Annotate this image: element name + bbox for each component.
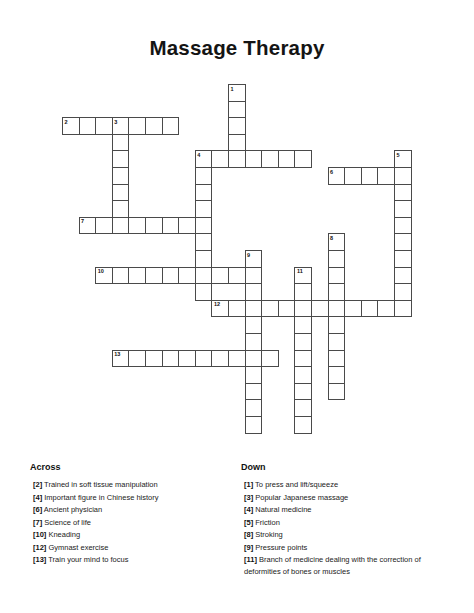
grid-cell-r9c16[interactable]: 8	[328, 233, 346, 251]
clue-item-10: [10] Kneading	[33, 529, 230, 541]
clue-number-9: 9	[247, 252, 250, 258]
down-clue-list: [1] To press and lift/squeeze[3] Popular…	[241, 479, 437, 577]
grid-cell-r19c11[interactable]	[245, 399, 263, 417]
grid-cell-r8c4[interactable]	[128, 217, 146, 235]
grid-cell-r12c8[interactable]	[195, 283, 213, 301]
grid-cell-r8c20[interactable]	[394, 217, 412, 235]
grid-cell-r5c16[interactable]: 6	[328, 167, 346, 185]
clue-number-1: 1	[231, 86, 234, 92]
grid-cell-r13c14[interactable]	[294, 300, 312, 318]
grid-cell-r20c11[interactable]	[245, 416, 263, 434]
grid-cell-r4c10[interactable]	[228, 150, 246, 168]
grid-cell-r8c7[interactable]	[178, 217, 196, 235]
grid-cell-r10c8[interactable]	[195, 250, 213, 268]
clue-number-11: 11	[297, 268, 303, 274]
grid-cell-r16c3[interactable]: 13	[112, 350, 130, 368]
clue-item-7: [7] Science of life	[33, 517, 230, 529]
grid-cell-r16c8[interactable]	[195, 350, 213, 368]
down-header: Down	[241, 462, 437, 472]
grid-cell-r15c14[interactable]	[294, 333, 312, 351]
grid-cell-r8c3[interactable]	[112, 217, 130, 235]
grid-cell-r13c11[interactable]	[245, 300, 263, 318]
grid-cell-r11c3[interactable]	[112, 267, 130, 285]
clue-item-2: [2] Trained in soft tissue manipulation	[33, 479, 230, 491]
clue-number-5: 5	[397, 152, 400, 158]
grid-cell-r11c6[interactable]	[162, 267, 180, 285]
grid-cell-r9c20[interactable]	[394, 233, 412, 251]
crossword-grid: 12345678910111213	[62, 84, 411, 433]
grid-cell-r18c14[interactable]	[294, 383, 312, 401]
grid-cell-r5c19[interactable]	[377, 167, 395, 185]
grid-cell-r11c14[interactable]: 11	[294, 267, 312, 285]
clue-number-2: 2	[65, 119, 68, 125]
grid-cell-r0c10[interactable]: 1	[228, 84, 246, 102]
grid-cell-r8c5[interactable]	[145, 217, 163, 235]
clue-number-4: 4	[197, 152, 200, 158]
grid-cell-r12c14[interactable]	[294, 283, 312, 301]
grid-cell-r5c8[interactable]	[195, 167, 213, 185]
clue-number-7: 7	[81, 218, 84, 224]
clue-item-11: [11] Branch of medicine dealing with the…	[244, 554, 437, 577]
grid-cell-r11c7[interactable]	[178, 267, 196, 285]
grid-cell-r7c20[interactable]	[394, 200, 412, 218]
grid-cell-r11c20[interactable]	[394, 267, 412, 285]
grid-cell-r13c12[interactable]	[261, 300, 279, 318]
grid-cell-r16c7[interactable]	[178, 350, 196, 368]
clue-number-10: 10	[98, 268, 104, 274]
grid-cell-r4c8[interactable]: 4	[195, 150, 213, 168]
grid-cell-r16c12[interactable]	[261, 350, 279, 368]
grid-cell-r2c10[interactable]	[228, 117, 246, 135]
clue-item-8: [8] Stroking	[244, 529, 437, 541]
grid-cell-r12c11[interactable]	[245, 283, 263, 301]
grid-cell-r11c10[interactable]	[228, 267, 246, 285]
grid-cell-r13c13[interactable]	[278, 300, 296, 318]
grid-cell-r11c8[interactable]	[195, 267, 213, 285]
grid-cell-r3c10[interactable]	[228, 134, 246, 152]
grid-cell-r11c2[interactable]: 10	[95, 267, 113, 285]
grid-cell-r14c11[interactable]	[245, 316, 263, 334]
clue-number-3: 3	[114, 119, 117, 125]
grid-cell-r4c3[interactable]	[112, 150, 130, 168]
grid-cell-r1c10[interactable]	[228, 101, 246, 119]
clue-item-4: [4] Natural medicine	[244, 504, 437, 516]
grid-cell-r13c15[interactable]	[311, 300, 329, 318]
grid-cell-r13c20[interactable]	[394, 300, 412, 318]
grid-cell-r2c5[interactable]	[145, 117, 163, 135]
clue-item-1: [1] To press and lift/squeeze	[244, 479, 437, 491]
clue-item-3: [3] Popular Japanese massage	[244, 492, 437, 504]
grid-cell-r2c0[interactable]: 2	[62, 117, 80, 135]
grid-cell-r2c2[interactable]	[95, 117, 113, 135]
grid-cell-r2c6[interactable]	[162, 117, 180, 135]
grid-cell-r5c17[interactable]	[344, 167, 362, 185]
grid-cell-r8c2[interactable]	[95, 217, 113, 235]
grid-cell-r4c9[interactable]	[211, 150, 229, 168]
grid-cell-r16c16[interactable]	[328, 350, 346, 368]
clue-number-6: 6	[330, 169, 333, 175]
grid-cell-r6c3[interactable]	[112, 184, 130, 202]
grid-cell-r16c14[interactable]	[294, 350, 312, 368]
clue-item-9: [9] Pressure points	[244, 542, 437, 554]
grid-cell-r16c5[interactable]	[145, 350, 163, 368]
clue-item-13: [13] Train your mind to focus	[33, 554, 230, 566]
grid-cell-r16c11[interactable]	[245, 350, 263, 368]
down-clues-section: Down [1] To press and lift/squeeze[3] Po…	[241, 462, 437, 578]
grid-cell-r4c20[interactable]: 5	[394, 150, 412, 168]
clue-number-12: 12	[214, 301, 220, 307]
grid-cell-r2c3[interactable]: 3	[112, 117, 130, 135]
grid-cell-r16c10[interactable]	[228, 350, 246, 368]
across-clue-list: [2] Trained in soft tissue manipulation[…	[30, 479, 230, 566]
grid-cell-r4c14[interactable]	[294, 150, 312, 168]
grid-cell-r4c13[interactable]	[278, 150, 296, 168]
clue-item-6: [6] Ancient physician	[33, 504, 230, 516]
grid-cell-r14c16[interactable]	[328, 316, 346, 334]
grid-cell-r2c4[interactable]	[128, 117, 146, 135]
grid-cell-r13c17[interactable]	[344, 300, 362, 318]
grid-cell-r7c8[interactable]	[195, 200, 213, 218]
grid-cell-r20c14[interactable]	[294, 416, 312, 434]
grid-cell-r17c16[interactable]	[328, 366, 346, 384]
grid-cell-r5c20[interactable]	[394, 167, 412, 185]
grid-cell-r16c6[interactable]	[162, 350, 180, 368]
clue-number-8: 8	[330, 235, 333, 241]
grid-cell-r12c16[interactable]	[328, 283, 346, 301]
grid-cell-r8c1[interactable]: 7	[79, 217, 97, 235]
grid-cell-r18c11[interactable]	[245, 383, 263, 401]
grid-cell-r5c3[interactable]	[112, 167, 130, 185]
grid-cell-r19c14[interactable]	[294, 399, 312, 417]
grid-cell-r11c9[interactable]	[211, 267, 229, 285]
grid-cell-r11c16[interactable]	[328, 267, 346, 285]
clue-number-13: 13	[114, 351, 120, 357]
grid-cell-r10c20[interactable]	[394, 250, 412, 268]
across-header: Across	[30, 462, 230, 472]
grid-cell-r13c19[interactable]	[377, 300, 395, 318]
clue-item-5: [5] Friction	[244, 517, 437, 529]
puzzle-title: Massage Therapy	[0, 36, 474, 60]
grid-cell-r13c9[interactable]: 12	[211, 300, 229, 318]
grid-cell-r3c3[interactable]	[112, 134, 130, 152]
grid-cell-r10c16[interactable]	[328, 250, 346, 268]
grid-cell-r17c14[interactable]	[294, 366, 312, 384]
grid-cell-r15c11[interactable]	[245, 333, 263, 351]
grid-cell-r4c11[interactable]	[245, 150, 263, 168]
grid-cell-r11c5[interactable]	[145, 267, 163, 285]
grid-cell-r11c11[interactable]	[245, 267, 263, 285]
grid-cell-r15c16[interactable]	[328, 333, 346, 351]
grid-cell-r13c10[interactable]	[228, 300, 246, 318]
grid-cell-r18c16[interactable]	[328, 383, 346, 401]
puzzle-page: Massage Therapy 12345678910111213 Across…	[0, 0, 474, 613]
grid-cell-r13c16[interactable]	[328, 300, 346, 318]
grid-cell-r7c3[interactable]	[112, 200, 130, 218]
grid-cell-r16c9[interactable]	[211, 350, 229, 368]
grid-cell-r16c4[interactable]	[128, 350, 146, 368]
grid-cell-r9c8[interactable]	[195, 233, 213, 251]
grid-cell-r4c12[interactable]	[261, 150, 279, 168]
grid-cell-r8c6[interactable]	[162, 217, 180, 235]
grid-cell-r8c8[interactable]	[195, 217, 213, 235]
grid-cell-r12c20[interactable]	[394, 283, 412, 301]
grid-cell-r13c18[interactable]	[361, 300, 379, 318]
clue-item-12: [12] Gymnast exercise	[33, 542, 230, 554]
grid-cell-r10c11[interactable]: 9	[245, 250, 263, 268]
grid-cell-r6c8[interactable]	[195, 184, 213, 202]
grid-cell-r5c18[interactable]	[361, 167, 379, 185]
clue-item-4: [4] Important figure in Chinese history	[33, 492, 230, 504]
across-clues-section: Across [2] Trained in soft tissue manipu…	[30, 462, 230, 567]
grid-cell-r2c1[interactable]	[79, 117, 97, 135]
grid-cell-r6c20[interactable]	[394, 184, 412, 202]
grid-cell-r14c14[interactable]	[294, 316, 312, 334]
grid-cell-r11c4[interactable]	[128, 267, 146, 285]
grid-cell-r17c11[interactable]	[245, 366, 263, 384]
